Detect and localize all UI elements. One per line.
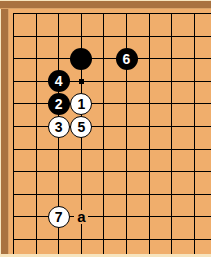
board-frame-top [0, 1, 211, 8]
stone-white-7: 7 [48, 206, 70, 228]
stone-black-4: 4 [48, 70, 70, 92]
point-label-a: a [74, 210, 88, 224]
hoshi-marker [79, 79, 84, 84]
stones-layer: 4261357a [0, 0, 211, 257]
board-frame-top-edge [0, 8, 211, 9]
stone-black-2: 2 [48, 93, 70, 115]
stone-black [70, 48, 92, 70]
stone-black-6: 6 [116, 48, 138, 70]
go-board-diagram: 4261357a [0, 0, 211, 257]
stone-white-5: 5 [70, 116, 92, 138]
stone-white-3: 3 [48, 116, 70, 138]
stone-white-1: 1 [70, 93, 92, 115]
